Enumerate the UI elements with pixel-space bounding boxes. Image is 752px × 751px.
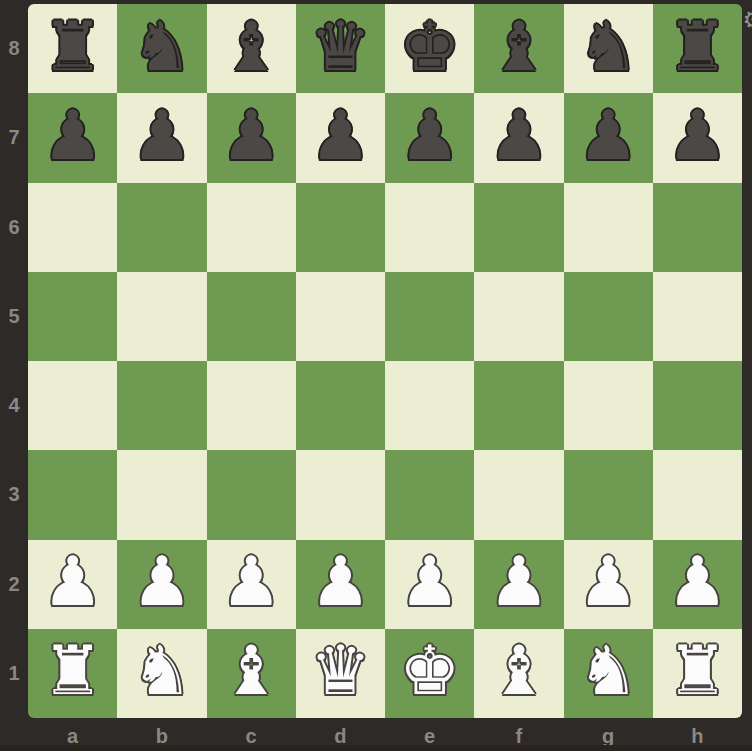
square-b2[interactable]: ♟ xyxy=(117,540,206,629)
black-knight[interactable]: ♞ xyxy=(578,13,639,81)
black-knight[interactable]: ♞ xyxy=(131,13,192,81)
square-h3[interactable] xyxy=(653,450,742,539)
black-rook[interactable]: ♜ xyxy=(667,13,728,81)
square-e7[interactable]: ♟ xyxy=(385,93,474,182)
square-g8[interactable]: ♞ xyxy=(564,4,653,93)
square-g3[interactable] xyxy=(564,450,653,539)
square-h1[interactable]: ♜ xyxy=(653,629,742,718)
black-rook[interactable]: ♜ xyxy=(42,13,103,81)
white-pawn[interactable]: ♟ xyxy=(310,548,371,616)
black-pawn[interactable]: ♟ xyxy=(42,102,103,170)
square-g6[interactable] xyxy=(564,183,653,272)
square-d7[interactable]: ♟ xyxy=(296,93,385,182)
square-c8[interactable]: ♝ xyxy=(207,4,296,93)
black-pawn[interactable]: ♟ xyxy=(578,102,639,170)
black-pawn[interactable]: ♟ xyxy=(131,102,192,170)
black-pawn[interactable]: ♟ xyxy=(399,102,460,170)
black-queen[interactable]: ♛ xyxy=(310,13,371,81)
white-pawn[interactable]: ♟ xyxy=(399,548,460,616)
rank-label-5: 5 xyxy=(8,305,19,328)
settings-gear-icon[interactable]: ⚙ xyxy=(742,8,752,32)
square-g4[interactable] xyxy=(564,361,653,450)
square-d6[interactable] xyxy=(296,183,385,272)
square-f6[interactable] xyxy=(474,183,563,272)
square-a2[interactable]: ♟ xyxy=(28,540,117,629)
rank-label-6: 6 xyxy=(8,216,19,239)
square-c7[interactable]: ♟ xyxy=(207,93,296,182)
square-d1[interactable]: ♛ xyxy=(296,629,385,718)
square-b4[interactable] xyxy=(117,361,206,450)
white-rook[interactable]: ♜ xyxy=(667,637,728,705)
square-c1[interactable]: ♝ xyxy=(207,629,296,718)
white-rook[interactable]: ♜ xyxy=(42,637,103,705)
rank-label-4: 4 xyxy=(8,394,19,417)
white-knight[interactable]: ♞ xyxy=(131,637,192,705)
white-queen[interactable]: ♛ xyxy=(310,637,371,705)
square-a4[interactable] xyxy=(28,361,117,450)
white-pawn[interactable]: ♟ xyxy=(667,548,728,616)
square-b1[interactable]: ♞ xyxy=(117,629,206,718)
white-pawn[interactable]: ♟ xyxy=(488,548,549,616)
white-pawn[interactable]: ♟ xyxy=(42,548,103,616)
square-c3[interactable] xyxy=(207,450,296,539)
square-d8[interactable]: ♛ xyxy=(296,4,385,93)
square-e8[interactable]: ♚ xyxy=(385,4,474,93)
rank-label-7: 7 xyxy=(8,126,19,149)
square-g7[interactable]: ♟ xyxy=(564,93,653,182)
chess-board: ♜♞♝♛♚♝♞♜♟♟♟♟♟♟♟♟♟♟♟♟♟♟♟♟♜♞♝♛♚♝♞♜ xyxy=(28,4,742,718)
square-e1[interactable]: ♚ xyxy=(385,629,474,718)
square-h8[interactable]: ♜ xyxy=(653,4,742,93)
square-c2[interactable]: ♟ xyxy=(207,540,296,629)
white-knight[interactable]: ♞ xyxy=(578,637,639,705)
chess-app-background: ♜♞♝♛♚♝♞♜♟♟♟♟♟♟♟♟♟♟♟♟♟♟♟♟♜♞♝♛♚♝♞♜ 8765432… xyxy=(0,0,752,751)
square-f4[interactable] xyxy=(474,361,563,450)
bottom-edge-strip xyxy=(0,745,752,751)
white-king[interactable]: ♚ xyxy=(399,637,460,705)
square-c4[interactable] xyxy=(207,361,296,450)
white-pawn[interactable]: ♟ xyxy=(221,548,282,616)
square-f7[interactable]: ♟ xyxy=(474,93,563,182)
black-bishop[interactable]: ♝ xyxy=(488,13,549,81)
square-h2[interactable]: ♟ xyxy=(653,540,742,629)
square-b3[interactable] xyxy=(117,450,206,539)
square-b6[interactable] xyxy=(117,183,206,272)
white-pawn[interactable]: ♟ xyxy=(578,548,639,616)
square-a8[interactable]: ♜ xyxy=(28,4,117,93)
square-e6[interactable] xyxy=(385,183,474,272)
black-king[interactable]: ♚ xyxy=(399,13,460,81)
square-g2[interactable]: ♟ xyxy=(564,540,653,629)
square-h7[interactable]: ♟ xyxy=(653,93,742,182)
square-f2[interactable]: ♟ xyxy=(474,540,563,629)
square-h6[interactable] xyxy=(653,183,742,272)
square-h4[interactable] xyxy=(653,361,742,450)
white-bishop[interactable]: ♝ xyxy=(488,637,549,705)
black-pawn[interactable]: ♟ xyxy=(667,102,728,170)
rank-label-1: 1 xyxy=(8,662,19,685)
square-f3[interactable] xyxy=(474,450,563,539)
square-g5[interactable] xyxy=(564,272,653,361)
square-f5[interactable] xyxy=(474,272,563,361)
rank-label-2: 2 xyxy=(8,573,19,596)
square-e5[interactable] xyxy=(385,272,474,361)
black-pawn[interactable]: ♟ xyxy=(488,102,549,170)
square-a1[interactable]: ♜ xyxy=(28,629,117,718)
white-pawn[interactable]: ♟ xyxy=(131,548,192,616)
square-e3[interactable] xyxy=(385,450,474,539)
black-pawn[interactable]: ♟ xyxy=(310,102,371,170)
square-g1[interactable]: ♞ xyxy=(564,629,653,718)
file-coordinates: abcdefgh xyxy=(28,718,742,748)
square-c6[interactable] xyxy=(207,183,296,272)
rank-label-3: 3 xyxy=(8,483,19,506)
square-a6[interactable] xyxy=(28,183,117,272)
rank-coordinates: 87654321 xyxy=(0,4,28,718)
white-bishop[interactable]: ♝ xyxy=(221,637,282,705)
square-e4[interactable] xyxy=(385,361,474,450)
square-e2[interactable]: ♟ xyxy=(385,540,474,629)
square-d2[interactable]: ♟ xyxy=(296,540,385,629)
square-b5[interactable] xyxy=(117,272,206,361)
square-f8[interactable]: ♝ xyxy=(474,4,563,93)
black-bishop[interactable]: ♝ xyxy=(221,13,282,81)
square-d4[interactable] xyxy=(296,361,385,450)
square-a7[interactable]: ♟ xyxy=(28,93,117,182)
square-d5[interactable] xyxy=(296,272,385,361)
square-a5[interactable] xyxy=(28,272,117,361)
rank-label-8: 8 xyxy=(8,37,19,60)
square-a3[interactable] xyxy=(28,450,117,539)
black-pawn[interactable]: ♟ xyxy=(221,102,282,170)
square-c5[interactable] xyxy=(207,272,296,361)
square-h5[interactable] xyxy=(653,272,742,361)
square-d3[interactable] xyxy=(296,450,385,539)
square-f1[interactable]: ♝ xyxy=(474,629,563,718)
square-b8[interactable]: ♞ xyxy=(117,4,206,93)
square-b7[interactable]: ♟ xyxy=(117,93,206,182)
